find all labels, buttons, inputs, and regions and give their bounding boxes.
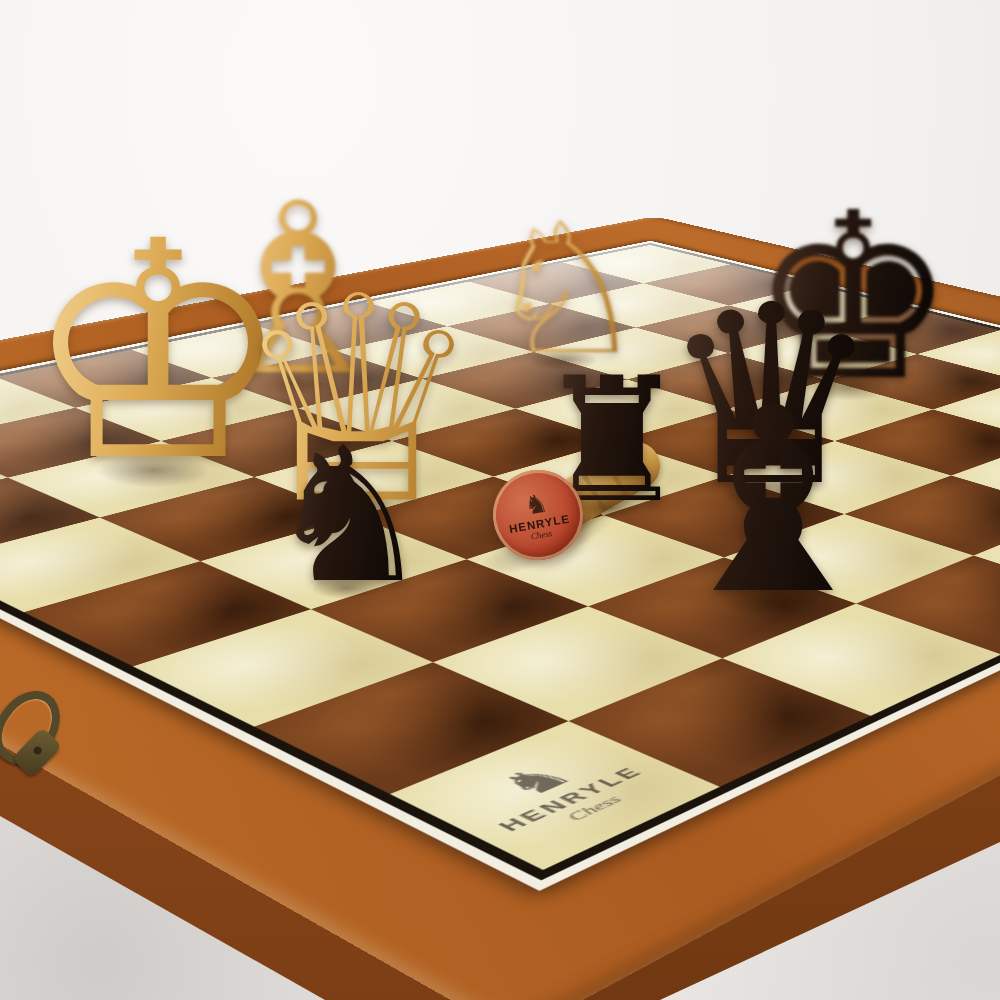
photo-scene: ♞ HENRYLE Chess ♞ HENRYLE Chess ♘♗♚♔♛♜♕♞… — [0, 0, 1000, 1000]
felt-knight-icon: ♞ — [522, 489, 549, 519]
piece-black-bishop[interactable]: ♝ — [658, 373, 888, 629]
felt-subtitle-text: Chess — [530, 527, 553, 541]
piece-black-knight[interactable]: ♞ — [266, 423, 433, 609]
pieces-layer: ♞ HENRYLE Chess ♘♗♚♔♛♜♕♞♝ — [0, 0, 1000, 1000]
